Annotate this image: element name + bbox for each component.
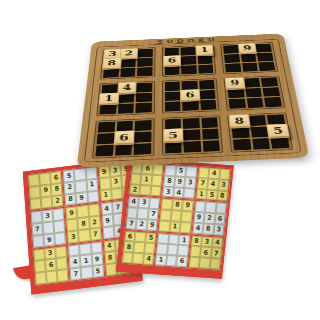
product-photo: SUDOKU 32816941696585 698252189935313799… [0, 0, 320, 320]
page-cell: 8 [217, 190, 229, 201]
board-cell[interactable] [198, 64, 214, 73]
page-cell [102, 226, 114, 239]
board-cell[interactable]: 5 [269, 126, 287, 137]
page-cell: 3 [67, 230, 79, 243]
page-cell [186, 166, 198, 177]
board-cell[interactable] [199, 80, 215, 90]
board-cell[interactable] [242, 62, 258, 71]
board-cell[interactable] [233, 139, 251, 150]
board-cell[interactable]: 8 [231, 116, 248, 127]
board-cell[interactable] [165, 66, 180, 75]
board-cell[interactable]: 6 [165, 57, 180, 66]
board-grid: 32816941696585 [92, 42, 293, 159]
page-cell [105, 263, 117, 276]
page-cell: 4 [212, 237, 224, 248]
page-cell [46, 270, 58, 283]
page-cell: 9 [76, 192, 88, 205]
board-cell[interactable] [225, 63, 241, 72]
board-cell[interactable] [247, 98, 264, 108]
board-cell[interactable]: 1 [100, 94, 116, 104]
board-cell[interactable] [251, 127, 269, 138]
page-cell: 1 [100, 189, 112, 202]
page-cell: 7 [210, 247, 222, 258]
page-cell [32, 234, 44, 247]
board-cell[interactable] [245, 88, 262, 98]
number-tile[interactable]: 5 [267, 124, 290, 139]
board-cell[interactable] [261, 77, 278, 86]
page-cell: 6 [214, 213, 226, 224]
board-cell[interactable] [99, 104, 116, 114]
page-cell [180, 222, 192, 233]
number-tile[interactable]: 6 [113, 130, 135, 145]
page-cell [151, 174, 163, 185]
board-block: 41 [96, 81, 155, 117]
page-cell [87, 190, 99, 203]
board-cell[interactable] [181, 56, 196, 65]
board-cell[interactable] [244, 78, 261, 87]
board-cell[interactable] [165, 102, 181, 112]
page-cell [57, 269, 69, 282]
page-cell: 4 [143, 254, 155, 265]
page-cell [181, 211, 193, 222]
board-cell[interactable] [223, 45, 238, 54]
board-block: 16 [162, 45, 217, 77]
board-cell[interactable] [115, 144, 132, 155]
board-cell[interactable] [181, 65, 196, 74]
number-tile[interactable]: 1 [195, 45, 214, 57]
board-cell[interactable] [137, 67, 152, 76]
page-cell [78, 229, 90, 242]
board-cell[interactable] [134, 143, 151, 154]
page-cell [209, 258, 221, 269]
board-cell[interactable] [183, 118, 200, 129]
board-cell[interactable] [256, 44, 272, 52]
board-cell[interactable] [224, 54, 240, 63]
page-cell [111, 187, 123, 200]
board-cell[interactable] [198, 55, 213, 64]
page-cell: 3 [213, 224, 225, 235]
page-cell [215, 203, 227, 214]
page-cell: 5 [92, 265, 104, 278]
page-block: 612 [128, 161, 165, 197]
sudoku-board: SUDOKU 32816941696585 [77, 33, 310, 167]
right-page-grid: 6125893344743158437729891926483658411683… [120, 160, 233, 272]
page-cell: 9 [43, 233, 55, 246]
number-tile[interactable]: 9 [238, 43, 258, 55]
board-cell[interactable] [200, 100, 217, 110]
board-cell[interactable] [182, 101, 198, 111]
page-block: 52189 [62, 166, 100, 208]
board-cell[interactable] [263, 87, 280, 97]
board-cell[interactable]: 8 [104, 59, 119, 68]
puzzle-booklet: 6982521899353137998237479543641975457831… [8, 148, 244, 300]
page-cell: 2 [52, 194, 64, 207]
page-block: 589334 [161, 164, 198, 200]
page-block: 6982 [27, 170, 65, 212]
board-cell[interactable] [165, 142, 182, 153]
page-block: 98237 [65, 203, 103, 245]
page-cell: 1 [178, 234, 190, 245]
number-tile[interactable]: 9 [225, 77, 246, 90]
board-cell[interactable] [121, 59, 136, 68]
page-cell [219, 168, 231, 179]
board-cell[interactable] [165, 91, 181, 101]
page-cell [35, 272, 47, 285]
board-cell[interactable]: 9 [240, 44, 256, 53]
board-cell[interactable] [201, 117, 218, 128]
board-cell[interactable] [136, 83, 152, 93]
board-cell[interactable] [181, 47, 196, 56]
board-cell[interactable] [97, 133, 114, 144]
number-tile[interactable]: 8 [102, 58, 121, 70]
board-block: 6 [162, 78, 220, 114]
board-cell[interactable]: 5 [165, 130, 182, 141]
page-block: 437729 [124, 195, 161, 231]
page-cell: 5 [145, 232, 157, 243]
board-block: 85 [228, 113, 294, 153]
number-tile[interactable]: 6 [163, 55, 182, 67]
number-tile[interactable]: 5 [163, 128, 184, 143]
board-cell[interactable] [232, 127, 250, 138]
page-cell [30, 197, 42, 210]
page-cell: 3 [184, 177, 196, 188]
page-cell [41, 196, 53, 209]
page-cell [54, 232, 66, 245]
page-block: 36 [32, 244, 70, 286]
board-cell[interactable] [98, 122, 115, 133]
page-block: 41975 [67, 240, 105, 282]
page-cell [152, 164, 164, 175]
board-cell[interactable] [137, 58, 152, 67]
board-cell[interactable]: 1 [197, 46, 212, 55]
board-block: 9 [224, 75, 286, 111]
board-cell[interactable] [241, 53, 257, 62]
board-cell[interactable]: 6 [182, 91, 198, 101]
page-cell: 7 [70, 267, 82, 280]
board-cell[interactable] [252, 138, 270, 149]
board-cell[interactable]: 6 [115, 132, 132, 143]
number-tile[interactable]: 6 [180, 89, 200, 102]
page-block: 4743158 [195, 166, 232, 202]
board-cell[interactable] [202, 129, 219, 140]
page-cell: 8 [65, 193, 77, 206]
page-cell [183, 188, 195, 199]
page-block: 926483 [191, 200, 228, 236]
board-cell[interactable] [259, 62, 275, 71]
board-cell[interactable] [95, 145, 113, 156]
board-block: 9 [220, 42, 278, 74]
number-tile[interactable]: 2 [119, 48, 138, 60]
page-cell: 6 [176, 256, 188, 267]
board-cell[interactable]: 4 [119, 83, 135, 93]
page-cell [149, 198, 161, 209]
board-cell[interactable] [265, 97, 282, 107]
board-cell[interactable] [257, 53, 273, 62]
booklet-right-page: 6125893344743158437729891926483658411683… [116, 158, 234, 279]
board-cell[interactable] [138, 49, 153, 58]
page-cell [177, 245, 189, 256]
page-cell: 7 [89, 227, 101, 240]
board-cell[interactable] [200, 90, 216, 100]
board-cell[interactable]: 9 [227, 79, 243, 88]
board-cell[interactable] [103, 68, 119, 77]
board-cell[interactable] [134, 132, 151, 143]
board-cell[interactable] [135, 120, 152, 131]
page-cell [81, 266, 93, 279]
board-block: 5 [162, 115, 224, 155]
page-cell: 9 [146, 219, 158, 230]
number-tile[interactable]: 1 [98, 92, 119, 106]
page-cell: 3 [218, 179, 230, 190]
board-cell[interactable] [118, 93, 134, 103]
board-cell[interactable] [229, 99, 246, 109]
page-block: 379 [30, 207, 68, 249]
number-tile[interactable]: 8 [229, 114, 251, 129]
board-cell[interactable] [228, 89, 245, 99]
board-cell[interactable] [184, 141, 201, 152]
page-block: 83467 [187, 234, 224, 270]
board-cell[interactable] [136, 93, 152, 103]
page-block: 116 [154, 232, 191, 268]
board-block: 6 [92, 118, 154, 158]
page-block: 891 [158, 198, 195, 234]
page-block: 6584 [121, 230, 158, 266]
board-block: 328 [100, 47, 155, 79]
board-cell[interactable] [271, 137, 290, 148]
number-tile[interactable]: 4 [117, 82, 137, 95]
board-cell[interactable]: 2 [121, 50, 136, 59]
board-cell[interactable] [203, 140, 221, 151]
board-cell[interactable] [135, 103, 151, 113]
board-cell[interactable] [183, 130, 200, 141]
board-cell[interactable] [249, 115, 267, 126]
board-cell[interactable] [165, 81, 180, 91]
page-cell [150, 185, 162, 196]
board-cell[interactable] [120, 68, 135, 77]
board-cell[interactable] [117, 104, 133, 114]
page-cell [144, 243, 156, 254]
page-cell: 9 [182, 200, 194, 211]
page-cell: 7 [148, 209, 160, 220]
